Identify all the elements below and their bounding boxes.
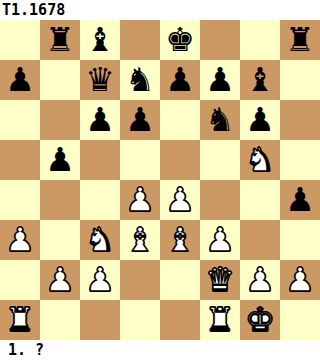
square-f3[interactable]: ♟ — [200, 220, 240, 260]
puzzle-id-label: T1.1678 — [2, 1, 65, 19]
square-g5[interactable]: ♞ — [240, 140, 280, 180]
chess-board: ♜♝♚♜♟♛♞♟♟♝♟♟♞♟♟♞♟♟♟♟♞♝♝♟♟♟♛♟♟♜♜♚ — [0, 20, 320, 340]
square-b1[interactable] — [40, 300, 80, 340]
piece-white-pawn[interactable]: ♟ — [285, 260, 315, 300]
square-c7[interactable]: ♛ — [80, 60, 120, 100]
piece-white-knight[interactable]: ♞ — [245, 140, 275, 180]
square-c3[interactable]: ♞ — [80, 220, 120, 260]
piece-white-pawn[interactable]: ♟ — [85, 260, 115, 300]
piece-white-queen[interactable]: ♛ — [205, 260, 235, 300]
piece-black-pawn[interactable]: ♟ — [125, 100, 155, 140]
square-d6[interactable]: ♟ — [120, 100, 160, 140]
piece-white-pawn[interactable]: ♟ — [245, 260, 275, 300]
square-f7[interactable]: ♟ — [200, 60, 240, 100]
piece-black-pawn[interactable]: ♟ — [5, 60, 35, 100]
piece-black-rook[interactable]: ♜ — [45, 20, 75, 60]
piece-white-rook[interactable]: ♜ — [205, 300, 235, 340]
square-a5[interactable] — [0, 140, 40, 180]
square-c6[interactable]: ♟ — [80, 100, 120, 140]
square-b5[interactable]: ♟ — [40, 140, 80, 180]
square-g7[interactable]: ♝ — [240, 60, 280, 100]
square-c4[interactable] — [80, 180, 120, 220]
square-d1[interactable] — [120, 300, 160, 340]
piece-black-bishop[interactable]: ♝ — [85, 20, 115, 60]
square-g2[interactable]: ♟ — [240, 260, 280, 300]
piece-white-bishop[interactable]: ♝ — [125, 220, 155, 260]
square-c2[interactable]: ♟ — [80, 260, 120, 300]
piece-black-pawn[interactable]: ♟ — [85, 100, 115, 140]
square-h7[interactable] — [280, 60, 320, 100]
square-f1[interactable]: ♜ — [200, 300, 240, 340]
square-d5[interactable] — [120, 140, 160, 180]
square-d4[interactable]: ♟ — [120, 180, 160, 220]
square-f6[interactable]: ♞ — [200, 100, 240, 140]
square-g1[interactable]: ♚ — [240, 300, 280, 340]
piece-black-rook[interactable]: ♜ — [285, 20, 315, 60]
square-a4[interactable] — [0, 180, 40, 220]
piece-black-bishop[interactable]: ♝ — [245, 60, 275, 100]
chess-app-window: T1.1678 ♜♝♚♜♟♛♞♟♟♝♟♟♞♟♟♞♟♟♟♟♞♝♝♟♟♟♛♟♟♜♜♚… — [0, 0, 320, 360]
square-b3[interactable] — [40, 220, 80, 260]
square-d2[interactable] — [120, 260, 160, 300]
square-e3[interactable]: ♝ — [160, 220, 200, 260]
square-b6[interactable] — [40, 100, 80, 140]
square-d7[interactable]: ♞ — [120, 60, 160, 100]
square-b2[interactable]: ♟ — [40, 260, 80, 300]
piece-black-pawn[interactable]: ♟ — [205, 60, 235, 100]
piece-black-pawn[interactable]: ♟ — [165, 60, 195, 100]
square-e1[interactable] — [160, 300, 200, 340]
square-b8[interactable]: ♜ — [40, 20, 80, 60]
square-f5[interactable] — [200, 140, 240, 180]
square-g6[interactable]: ♟ — [240, 100, 280, 140]
square-h8[interactable]: ♜ — [280, 20, 320, 60]
square-a1[interactable]: ♜ — [0, 300, 40, 340]
square-a3[interactable]: ♟ — [0, 220, 40, 260]
square-h1[interactable] — [280, 300, 320, 340]
square-a8[interactable] — [0, 20, 40, 60]
square-a6[interactable] — [0, 100, 40, 140]
piece-black-knight[interactable]: ♞ — [205, 100, 235, 140]
piece-black-knight[interactable]: ♞ — [125, 60, 155, 100]
piece-white-rook[interactable]: ♜ — [5, 300, 35, 340]
piece-white-pawn[interactable]: ♟ — [205, 220, 235, 260]
piece-black-king[interactable]: ♚ — [165, 20, 195, 60]
square-b4[interactable] — [40, 180, 80, 220]
square-h6[interactable] — [280, 100, 320, 140]
square-f2[interactable]: ♛ — [200, 260, 240, 300]
piece-black-queen[interactable]: ♛ — [85, 60, 115, 100]
square-e8[interactable]: ♚ — [160, 20, 200, 60]
square-e2[interactable] — [160, 260, 200, 300]
square-e4[interactable]: ♟ — [160, 180, 200, 220]
square-e6[interactable] — [160, 100, 200, 140]
move-prompt-label: 1. ? — [8, 341, 44, 359]
piece-white-pawn[interactable]: ♟ — [125, 180, 155, 220]
square-c5[interactable] — [80, 140, 120, 180]
square-f8[interactable] — [200, 20, 240, 60]
piece-white-king[interactable]: ♚ — [245, 300, 275, 340]
square-e7[interactable]: ♟ — [160, 60, 200, 100]
square-h5[interactable] — [280, 140, 320, 180]
piece-black-pawn[interactable]: ♟ — [285, 180, 315, 220]
square-g4[interactable] — [240, 180, 280, 220]
piece-white-bishop[interactable]: ♝ — [165, 220, 195, 260]
square-g8[interactable] — [240, 20, 280, 60]
square-h4[interactable]: ♟ — [280, 180, 320, 220]
square-b7[interactable] — [40, 60, 80, 100]
piece-white-pawn[interactable]: ♟ — [5, 220, 35, 260]
square-d8[interactable] — [120, 20, 160, 60]
square-d3[interactable]: ♝ — [120, 220, 160, 260]
piece-white-knight[interactable]: ♞ — [85, 220, 115, 260]
square-e5[interactable] — [160, 140, 200, 180]
square-c1[interactable] — [80, 300, 120, 340]
square-a7[interactable]: ♟ — [0, 60, 40, 100]
piece-white-pawn[interactable]: ♟ — [45, 260, 75, 300]
piece-black-pawn[interactable]: ♟ — [245, 100, 275, 140]
square-h3[interactable] — [280, 220, 320, 260]
square-f4[interactable] — [200, 180, 240, 220]
square-a2[interactable] — [0, 260, 40, 300]
piece-white-pawn[interactable]: ♟ — [165, 180, 195, 220]
square-c8[interactable]: ♝ — [80, 20, 120, 60]
square-h2[interactable]: ♟ — [280, 260, 320, 300]
square-g3[interactable] — [240, 220, 280, 260]
piece-black-pawn[interactable]: ♟ — [45, 140, 75, 180]
